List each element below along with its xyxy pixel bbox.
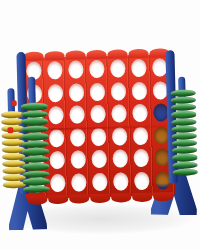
- scallop-bump: [48, 195, 68, 205]
- hole: [71, 151, 86, 169]
- hole: [132, 104, 147, 122]
- hole: [70, 128, 85, 146]
- hole: [91, 150, 106, 168]
- green-disc: [22, 147, 49, 155]
- hole: [131, 82, 146, 100]
- hole: [90, 83, 105, 101]
- red-clip-top: [12, 100, 17, 106]
- hole: [49, 106, 64, 124]
- scallop-bump: [132, 193, 152, 203]
- hole: [48, 84, 63, 102]
- board-cell-c6r6[interactable]: [131, 169, 152, 192]
- green-disc: [21, 102, 48, 110]
- board-cell-c2r2[interactable]: [45, 81, 66, 104]
- hole: [68, 61, 83, 79]
- board-cell-c4r2[interactable]: [87, 80, 108, 103]
- green-disc: [172, 161, 197, 169]
- hole: [47, 61, 62, 79]
- board-cell-c5r6[interactable]: [110, 170, 131, 193]
- hole: [131, 59, 146, 77]
- green-disc: [173, 168, 198, 176]
- green-disc: [23, 185, 50, 193]
- hole: [112, 150, 127, 168]
- hole: [134, 171, 149, 189]
- green-disc: [22, 132, 49, 140]
- board-cell-c5r1[interactable]: [107, 57, 128, 80]
- board-cell-c4r5[interactable]: [89, 148, 110, 171]
- hole: [49, 129, 64, 147]
- board-cell-c2r5[interactable]: [47, 149, 68, 172]
- board-cell-c6r1[interactable]: [128, 57, 149, 80]
- board-cell-c2r6[interactable]: [47, 171, 68, 194]
- hole: [133, 149, 148, 167]
- hole: [92, 173, 107, 191]
- hole: [90, 105, 105, 123]
- hole: [111, 105, 126, 123]
- product-photo-scene: [0, 0, 200, 250]
- hole: [69, 83, 84, 101]
- board-cell-c3r5[interactable]: [68, 148, 89, 171]
- board-cell-c3r1[interactable]: [65, 58, 86, 81]
- green-disc: [23, 177, 50, 185]
- board-cell-c5r5[interactable]: [109, 147, 130, 170]
- scallop-bump: [90, 194, 110, 204]
- board-cell-c5r2[interactable]: [108, 80, 129, 103]
- hole: [89, 60, 104, 78]
- hole: [133, 126, 148, 144]
- board-cell-c3r6[interactable]: [68, 171, 89, 194]
- scallop-bump: [69, 194, 89, 204]
- green-disc: [171, 111, 196, 119]
- green-disc: [171, 118, 196, 126]
- green-disc: [22, 162, 49, 170]
- board-cell-c6r3[interactable]: [129, 102, 150, 125]
- board-cell-c6r2[interactable]: [128, 79, 149, 102]
- connect-four-set: [0, 0, 200, 250]
- green-disc: [172, 154, 197, 162]
- hole: [50, 151, 65, 169]
- board-cell-c2r3[interactable]: [46, 104, 67, 127]
- disc-stack-right-green[interactable]: [170, 89, 197, 176]
- board-cell-c4r6[interactable]: [89, 170, 110, 193]
- scallop-bump: [153, 192, 173, 202]
- board-cell-c3r2[interactable]: [66, 81, 87, 104]
- scallop-bump: [111, 193, 131, 203]
- board-cell-c2r1[interactable]: [44, 59, 65, 82]
- disc-stack-left-green[interactable]: [21, 102, 50, 193]
- board-cell-c4r1[interactable]: [86, 58, 107, 81]
- board-cell-c5r3[interactable]: [108, 102, 129, 125]
- hole: [111, 82, 126, 100]
- red-clip-bottom: [7, 127, 13, 133]
- hole: [69, 106, 84, 124]
- board-cell-c3r3[interactable]: [66, 103, 87, 126]
- hole: [113, 172, 128, 190]
- scallop-bump: [27, 195, 47, 205]
- hole: [71, 173, 86, 191]
- green-disc: [21, 117, 48, 125]
- hole: [50, 174, 65, 192]
- hole: [112, 127, 127, 145]
- hole: [110, 60, 125, 78]
- hole: [91, 128, 106, 146]
- board-cell-c6r5[interactable]: [130, 147, 151, 170]
- board-cell-c4r3[interactable]: [87, 103, 108, 126]
